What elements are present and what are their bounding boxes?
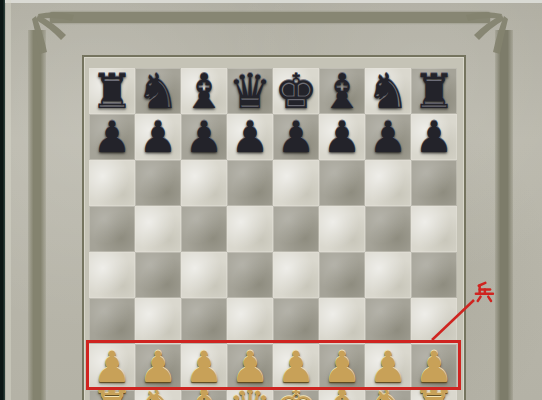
square-h4[interactable] <box>411 252 457 298</box>
black-knight[interactable]: ♞ <box>366 68 409 114</box>
square-d6[interactable] <box>227 160 273 206</box>
chess-app-window: ♜♞♝♛♚♝♞♜♟♟♟♟♟♟♟♟♟♟♟♟♟♟♟♟♜♞♝♛♚♝♞♜ 兵 <box>0 0 542 400</box>
square-e5[interactable] <box>273 206 319 252</box>
square-d3[interactable] <box>227 298 273 344</box>
square-g1[interactable]: ♞ <box>365 390 411 400</box>
square-f8[interactable]: ♝ <box>319 68 365 114</box>
square-a5[interactable] <box>89 206 135 252</box>
square-g6[interactable] <box>365 160 411 206</box>
marble-frame-top-band <box>50 12 490 23</box>
square-a7[interactable]: ♟ <box>89 114 135 160</box>
square-d1[interactable]: ♛ <box>227 390 273 400</box>
square-h7[interactable]: ♟ <box>411 114 457 160</box>
black-knight[interactable]: ♞ <box>136 68 179 114</box>
square-g4[interactable] <box>365 252 411 298</box>
square-b5[interactable] <box>135 206 181 252</box>
white-bishop[interactable]: ♝ <box>182 384 225 400</box>
black-pawn[interactable]: ♟ <box>369 114 408 160</box>
square-b1[interactable]: ♞ <box>135 390 181 400</box>
square-d8[interactable]: ♛ <box>227 68 273 114</box>
square-f5[interactable] <box>319 206 365 252</box>
black-queen[interactable]: ♛ <box>228 68 271 114</box>
white-bishop[interactable]: ♝ <box>320 384 363 400</box>
square-g5[interactable] <box>365 206 411 252</box>
black-pawn[interactable]: ♟ <box>139 114 178 160</box>
square-h1[interactable]: ♜ <box>411 390 457 400</box>
black-pawn[interactable]: ♟ <box>185 114 224 160</box>
white-queen[interactable]: ♛ <box>228 384 271 400</box>
square-g8[interactable]: ♞ <box>365 68 411 114</box>
white-king[interactable]: ♚ <box>274 384 317 400</box>
marble-frame-left-band <box>28 30 46 400</box>
square-e3[interactable] <box>273 298 319 344</box>
black-king[interactable]: ♚ <box>274 68 317 114</box>
square-g7[interactable]: ♟ <box>365 114 411 160</box>
square-a4[interactable] <box>89 252 135 298</box>
square-b8[interactable]: ♞ <box>135 68 181 114</box>
black-pawn[interactable]: ♟ <box>231 114 270 160</box>
black-rook[interactable]: ♜ <box>90 68 133 114</box>
white-knight[interactable]: ♞ <box>366 384 409 400</box>
square-c8[interactable]: ♝ <box>181 68 227 114</box>
square-c3[interactable] <box>181 298 227 344</box>
black-pawn[interactable]: ♟ <box>415 114 454 160</box>
square-c6[interactable] <box>181 160 227 206</box>
white-rook[interactable]: ♜ <box>90 384 133 400</box>
square-b4[interactable] <box>135 252 181 298</box>
black-bishop[interactable]: ♝ <box>320 68 363 114</box>
square-c1[interactable]: ♝ <box>181 390 227 400</box>
square-h5[interactable] <box>411 206 457 252</box>
square-a3[interactable] <box>89 298 135 344</box>
square-h3[interactable] <box>411 298 457 344</box>
square-f1[interactable]: ♝ <box>319 390 365 400</box>
square-d7[interactable]: ♟ <box>227 114 273 160</box>
square-e6[interactable] <box>273 160 319 206</box>
square-c7[interactable]: ♟ <box>181 114 227 160</box>
square-f4[interactable] <box>319 252 365 298</box>
square-f6[interactable] <box>319 160 365 206</box>
square-b3[interactable] <box>135 298 181 344</box>
black-bishop[interactable]: ♝ <box>182 68 225 114</box>
square-g3[interactable] <box>365 298 411 344</box>
square-d4[interactable] <box>227 252 273 298</box>
annotation-label-glyph-bing <box>476 283 493 301</box>
white-knight[interactable]: ♞ <box>136 384 179 400</box>
square-e4[interactable] <box>273 252 319 298</box>
square-a8[interactable]: ♜ <box>89 68 135 114</box>
square-a6[interactable] <box>89 160 135 206</box>
square-c4[interactable] <box>181 252 227 298</box>
square-a1[interactable]: ♜ <box>89 390 135 400</box>
frame-left-highlight <box>6 0 11 400</box>
square-b6[interactable] <box>135 160 181 206</box>
square-e7[interactable]: ♟ <box>273 114 319 160</box>
square-c5[interactable] <box>181 206 227 252</box>
black-pawn[interactable]: ♟ <box>323 114 362 160</box>
marble-frame-right-band <box>495 30 513 400</box>
square-b7[interactable]: ♟ <box>135 114 181 160</box>
square-e1[interactable]: ♚ <box>273 390 319 400</box>
window-top-highlight <box>0 0 542 3</box>
black-rook[interactable]: ♜ <box>412 68 455 114</box>
square-e8[interactable]: ♚ <box>273 68 319 114</box>
square-f3[interactable] <box>319 298 365 344</box>
square-h8[interactable]: ♜ <box>411 68 457 114</box>
square-d5[interactable] <box>227 206 273 252</box>
black-pawn[interactable]: ♟ <box>277 114 316 160</box>
square-h6[interactable] <box>411 160 457 206</box>
chess-board: ♜♞♝♛♚♝♞♜♟♟♟♟♟♟♟♟♟♟♟♟♟♟♟♟♜♞♝♛♚♝♞♜ <box>89 68 457 400</box>
square-f7[interactable]: ♟ <box>319 114 365 160</box>
white-rook[interactable]: ♜ <box>412 384 455 400</box>
window-left-edge <box>0 0 5 400</box>
black-pawn[interactable]: ♟ <box>93 114 132 160</box>
